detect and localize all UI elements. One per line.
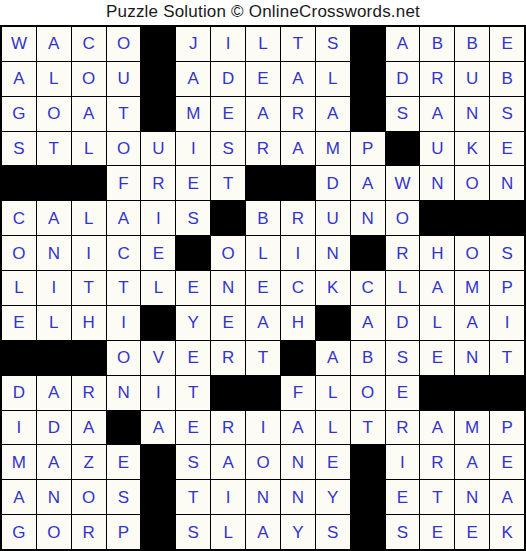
letter-cell: N: [107, 376, 141, 410]
letter-cell: S: [2, 132, 36, 166]
letter-cell: L: [37, 62, 71, 96]
block-cell: [37, 341, 71, 375]
block-cell: [351, 445, 385, 479]
letter-cell: A: [37, 27, 71, 61]
letter-cell: R: [420, 445, 454, 479]
letter-cell: L: [316, 376, 350, 410]
letter-cell: O: [37, 97, 71, 131]
letter-cell: L: [72, 132, 106, 166]
letter-cell: N: [455, 480, 489, 514]
letter-cell: C: [351, 271, 385, 305]
letter-cell: O: [246, 445, 280, 479]
letter-cell: Y: [176, 306, 210, 340]
letter-cell: B: [420, 27, 454, 61]
letter-cell: I: [281, 236, 315, 270]
block-cell: [246, 376, 280, 410]
letter-cell: C: [281, 271, 315, 305]
letter-cell: A: [281, 411, 315, 445]
letter-cell: V: [141, 341, 175, 375]
letter-cell: L: [37, 306, 71, 340]
letter-cell: E: [490, 445, 524, 479]
block-cell: [351, 480, 385, 514]
block-cell: [141, 97, 175, 131]
letter-cell: I: [211, 27, 245, 61]
letter-cell: U: [107, 62, 141, 96]
letter-cell: M: [316, 132, 350, 166]
letter-cell: I: [37, 271, 71, 305]
letter-cell: B: [490, 62, 524, 96]
letter-cell: A: [281, 62, 315, 96]
letter-cell: O: [107, 27, 141, 61]
letter-cell: I: [141, 376, 175, 410]
letter-cell: A: [141, 411, 175, 445]
block-cell: [246, 166, 280, 200]
letter-cell: S: [386, 515, 420, 549]
letter-cell: E: [176, 271, 210, 305]
letter-cell: L: [386, 271, 420, 305]
letter-cell: S: [316, 515, 350, 549]
letter-cell: B: [351, 341, 385, 375]
letter-cell: A: [316, 341, 350, 375]
block-cell: [107, 411, 141, 445]
letter-cell: A: [420, 271, 454, 305]
block-cell: [490, 201, 524, 235]
letter-cell: L: [2, 271, 36, 305]
letter-cell: O: [72, 62, 106, 96]
letter-cell: I: [107, 306, 141, 340]
letter-cell: A: [316, 97, 350, 131]
letter-cell: T: [246, 341, 280, 375]
letter-cell: U: [141, 132, 175, 166]
letter-cell: R: [246, 132, 280, 166]
letter-cell: A: [351, 166, 385, 200]
letter-cell: N: [455, 341, 489, 375]
letter-cell: P: [490, 271, 524, 305]
letter-cell: S: [211, 132, 245, 166]
block-cell: [211, 376, 245, 410]
letter-cell: T: [420, 480, 454, 514]
letter-cell: O: [107, 341, 141, 375]
letter-cell: L: [72, 201, 106, 235]
letter-cell: I: [386, 445, 420, 479]
block-cell: [316, 306, 350, 340]
letter-cell: R: [420, 62, 454, 96]
letter-cell: H: [281, 306, 315, 340]
letter-cell: N: [455, 97, 489, 131]
letter-cell: E: [211, 97, 245, 131]
letter-cell: L: [211, 515, 245, 549]
letter-cell: M: [176, 97, 210, 131]
block-cell: [351, 515, 385, 549]
letter-cell: J: [176, 27, 210, 61]
letter-cell: R: [72, 515, 106, 549]
letter-cell: F: [107, 166, 141, 200]
letter-cell: D: [386, 62, 420, 96]
letter-cell: Y: [316, 480, 350, 514]
letter-cell: A: [351, 306, 385, 340]
letter-cell: W: [2, 27, 36, 61]
letter-cell: T: [107, 271, 141, 305]
letter-cell: A: [72, 97, 106, 131]
block-cell: [351, 27, 385, 61]
letter-cell: U: [420, 132, 454, 166]
letter-cell: N: [420, 166, 454, 200]
letter-cell: A: [2, 480, 36, 514]
letter-cell: E: [386, 376, 420, 410]
letter-cell: E: [386, 480, 420, 514]
letter-cell: B: [455, 27, 489, 61]
letter-cell: D: [37, 411, 71, 445]
letter-cell: O: [211, 236, 245, 270]
letter-cell: A: [72, 411, 106, 445]
letter-cell: U: [455, 62, 489, 96]
letter-cell: A: [455, 445, 489, 479]
letter-cell: N: [246, 480, 280, 514]
letter-cell: M: [455, 271, 489, 305]
letter-cell: D: [386, 306, 420, 340]
letter-cell: A: [420, 411, 454, 445]
letter-cell: L: [316, 411, 350, 445]
crossword-solution-page: Puzzle Solution © OnlineCrosswords.net W…: [0, 0, 526, 551]
block-cell: [351, 236, 385, 270]
letter-cell: E: [490, 132, 524, 166]
letter-cell: L: [141, 271, 175, 305]
letter-cell: T: [107, 97, 141, 131]
letter-cell: E: [211, 306, 245, 340]
block-cell: [455, 201, 489, 235]
letter-cell: T: [351, 411, 385, 445]
letter-cell: E: [316, 445, 350, 479]
block-cell: [211, 201, 245, 235]
block-cell: [141, 62, 175, 96]
letter-cell: N: [351, 201, 385, 235]
letter-cell: E: [176, 341, 210, 375]
letter-cell: M: [2, 445, 36, 479]
letter-cell: I: [246, 411, 280, 445]
letter-cell: N: [281, 445, 315, 479]
letter-cell: S: [490, 236, 524, 270]
letter-cell: A: [490, 480, 524, 514]
letter-cell: K: [455, 132, 489, 166]
letter-cell: C: [72, 27, 106, 61]
block-cell: [490, 376, 524, 410]
block-cell: [141, 515, 175, 549]
letter-cell: A: [246, 515, 280, 549]
block-cell: [2, 166, 36, 200]
letter-cell: E: [246, 271, 280, 305]
letter-cell: Y: [281, 515, 315, 549]
letter-cell: S: [176, 445, 210, 479]
block-cell: [420, 376, 454, 410]
letter-cell: E: [176, 411, 210, 445]
block-cell: [386, 132, 420, 166]
block-cell: [420, 201, 454, 235]
letter-cell: O: [455, 236, 489, 270]
letter-cell: P: [351, 132, 385, 166]
letter-cell: E: [246, 62, 280, 96]
letter-cell: T: [490, 341, 524, 375]
letter-cell: S: [107, 480, 141, 514]
letter-cell: S: [316, 27, 350, 61]
letter-cell: I: [490, 306, 524, 340]
letter-cell: O: [107, 132, 141, 166]
block-cell: [2, 341, 36, 375]
letter-cell: S: [490, 97, 524, 131]
block-cell: [37, 166, 71, 200]
letter-cell: M: [455, 411, 489, 445]
block-cell: [281, 166, 315, 200]
letter-cell: N: [490, 166, 524, 200]
letter-cell: T: [281, 27, 315, 61]
letter-cell: Z: [72, 445, 106, 479]
letter-cell: N: [37, 480, 71, 514]
letter-cell: E: [420, 515, 454, 549]
letter-cell: N: [37, 236, 71, 270]
letter-cell: T: [211, 166, 245, 200]
letter-cell: O: [2, 236, 36, 270]
letter-cell: A: [420, 97, 454, 131]
letter-cell: L: [246, 27, 280, 61]
block-cell: [141, 480, 175, 514]
letter-cell: R: [386, 236, 420, 270]
letter-cell: E: [176, 166, 210, 200]
block-cell: [176, 236, 210, 270]
letter-cell: A: [455, 306, 489, 340]
letter-cell: O: [455, 166, 489, 200]
letter-cell: P: [107, 515, 141, 549]
block-cell: [141, 27, 175, 61]
letter-cell: L: [246, 236, 280, 270]
letter-cell: F: [281, 376, 315, 410]
letter-cell: T: [37, 132, 71, 166]
letter-cell: E: [107, 445, 141, 479]
letter-cell: D: [2, 376, 36, 410]
letter-cell: C: [2, 201, 36, 235]
letter-cell: L: [316, 62, 350, 96]
letter-cell: A: [2, 62, 36, 96]
letter-cell: K: [316, 271, 350, 305]
letter-cell: I: [176, 132, 210, 166]
letter-cell: R: [72, 376, 106, 410]
letter-cell: B: [246, 201, 280, 235]
letter-cell: I: [141, 201, 175, 235]
letter-cell: K: [490, 515, 524, 549]
page-title: Puzzle Solution © OnlineCrosswords.net: [0, 0, 526, 25]
letter-cell: N: [281, 480, 315, 514]
letter-cell: W: [386, 166, 420, 200]
letter-cell: E: [2, 306, 36, 340]
letter-cell: A: [37, 376, 71, 410]
letter-cell: E: [490, 27, 524, 61]
letter-cell: O: [386, 201, 420, 235]
letter-cell: O: [72, 480, 106, 514]
letter-cell: T: [72, 271, 106, 305]
letter-cell: E: [141, 236, 175, 270]
letter-cell: R: [211, 411, 245, 445]
block-cell: [141, 306, 175, 340]
letter-cell: L: [420, 306, 454, 340]
letter-cell: A: [176, 62, 210, 96]
letter-cell: G: [2, 515, 36, 549]
letter-cell: S: [386, 341, 420, 375]
letter-cell: D: [316, 166, 350, 200]
letter-cell: A: [107, 201, 141, 235]
letter-cell: D: [211, 62, 245, 96]
letter-cell: I: [72, 236, 106, 270]
letter-cell: A: [386, 27, 420, 61]
block-cell: [351, 97, 385, 131]
letter-cell: A: [37, 201, 71, 235]
block-cell: [72, 166, 106, 200]
letter-cell: R: [386, 411, 420, 445]
letter-cell: N: [211, 271, 245, 305]
block-cell: [455, 376, 489, 410]
letter-cell: A: [281, 132, 315, 166]
letter-cell: A: [246, 97, 280, 131]
block-cell: [72, 341, 106, 375]
letter-cell: A: [211, 445, 245, 479]
letter-cell: O: [37, 515, 71, 549]
letter-cell: E: [420, 341, 454, 375]
letter-cell: P: [490, 411, 524, 445]
letter-cell: S: [176, 515, 210, 549]
letter-cell: O: [351, 376, 385, 410]
letter-cell: I: [211, 480, 245, 514]
block-cell: [351, 62, 385, 96]
letter-cell: A: [246, 306, 280, 340]
letter-cell: H: [72, 306, 106, 340]
letter-cell: T: [176, 480, 210, 514]
letter-cell: R: [281, 201, 315, 235]
block-cell: [141, 445, 175, 479]
letter-cell: R: [141, 166, 175, 200]
letter-cell: N: [316, 236, 350, 270]
letter-cell: E: [455, 515, 489, 549]
block-cell: [281, 341, 315, 375]
letter-cell: S: [176, 201, 210, 235]
letter-cell: R: [211, 341, 245, 375]
letter-cell: S: [386, 97, 420, 131]
letter-cell: R: [281, 97, 315, 131]
crossword-grid: WACOJILTSABBEALOUADEALDRUBGOATMEARASANSS…: [0, 25, 526, 551]
letter-cell: C: [107, 236, 141, 270]
letter-cell: H: [420, 236, 454, 270]
letter-cell: T: [176, 376, 210, 410]
letter-cell: U: [316, 201, 350, 235]
letter-cell: I: [2, 411, 36, 445]
letter-cell: A: [37, 445, 71, 479]
letter-cell: G: [2, 97, 36, 131]
